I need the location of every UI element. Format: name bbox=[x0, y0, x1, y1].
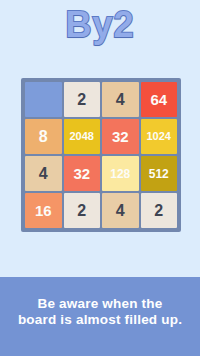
app-title: By2 bbox=[0, 4, 200, 46]
footer-text-line-1: Be aware when the bbox=[0, 296, 200, 312]
tile-r4c1-16: 16 bbox=[25, 193, 62, 228]
tile-r4c3-4: 4 bbox=[102, 193, 139, 228]
tile-r2c3-32: 32 bbox=[102, 119, 139, 154]
tile-r4c4-2: 2 bbox=[141, 193, 178, 228]
tile-r3c1-4: 4 bbox=[25, 156, 62, 191]
app-screen: By2 24648204832102443212851216242 Be awa… bbox=[0, 0, 200, 356]
footer-banner: Be aware when the board is almost filled… bbox=[0, 277, 200, 356]
footer-text-line-2: board is almost filled up. bbox=[0, 312, 200, 328]
tile-r1c2-2: 2 bbox=[64, 82, 101, 117]
tile-r3c2-32: 32 bbox=[64, 156, 101, 191]
tile-r1c3-4: 4 bbox=[102, 82, 139, 117]
tile-r2c2-2048: 2048 bbox=[64, 119, 101, 154]
tile-r2c4-1024: 1024 bbox=[141, 119, 178, 154]
tile-r1c1-empty bbox=[25, 82, 62, 117]
game-board[interactable]: 24648204832102443212851216242 bbox=[21, 78, 181, 232]
tile-r3c3-128: 128 bbox=[102, 156, 139, 191]
tile-r2c1-8: 8 bbox=[25, 119, 62, 154]
tile-r1c4-64: 64 bbox=[141, 82, 178, 117]
tile-r4c2-2: 2 bbox=[64, 193, 101, 228]
tile-r3c4-512: 512 bbox=[141, 156, 178, 191]
